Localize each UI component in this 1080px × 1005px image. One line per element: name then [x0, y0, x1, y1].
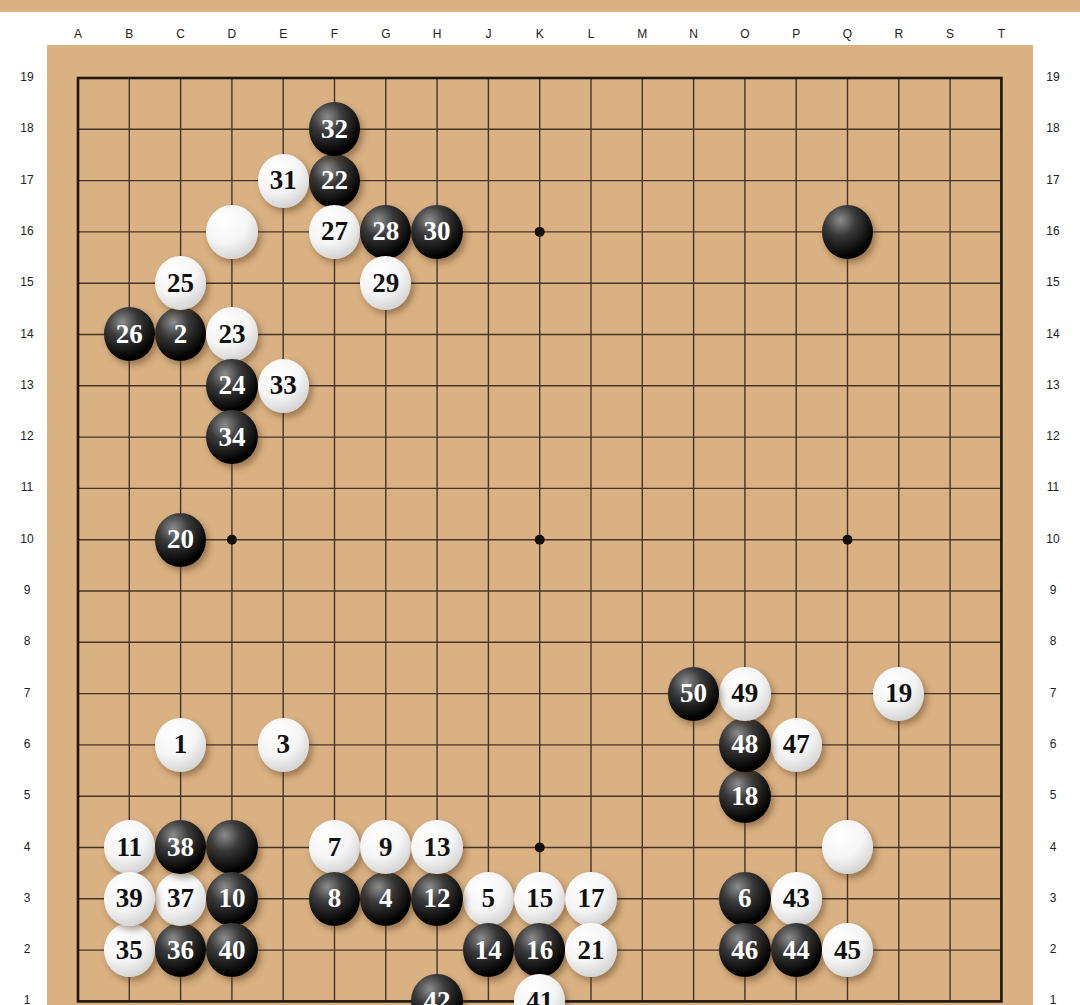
move-number: 10: [218, 885, 245, 912]
move-number: 40: [218, 937, 245, 964]
move-28-black-stone-G16: 28: [360, 205, 411, 259]
move-14-black-stone-J2: 14: [463, 923, 514, 977]
row-labels-left-5: 5: [14, 788, 40, 802]
stone-cell-N7: 50: [668, 668, 719, 719]
row-labels-left-16: 16: [14, 224, 40, 238]
move-12-black-stone-H3: 12: [411, 872, 462, 926]
stone-cell-C6: 1: [155, 719, 206, 770]
stone-cell-K1: 41: [514, 976, 565, 1005]
stone-cell-C2: 36: [155, 924, 206, 975]
row-labels-right-14: 14: [1040, 327, 1066, 341]
row-labels-left-8: 8: [14, 634, 40, 648]
stone-cell-H16: 30: [411, 206, 462, 257]
row-labels-left-13: 13: [14, 378, 40, 392]
move-6-black-stone-O3: 6: [719, 872, 770, 926]
move-number: 35: [116, 937, 143, 964]
move-20-black-stone-C10: 20: [155, 513, 206, 567]
row-labels-right-3: 3: [1040, 891, 1066, 905]
move-number: 27: [321, 218, 348, 245]
stone-cell-K2: 16: [514, 924, 565, 975]
move-number: 7: [328, 834, 342, 861]
move-number: 6: [738, 885, 752, 912]
move-number: 11: [117, 834, 143, 861]
stone-cell-D3: 10: [206, 873, 257, 924]
col-label-L: L: [580, 27, 602, 41]
row-labels-left-14: 14: [14, 327, 40, 341]
move-21-white-stone-L2: 21: [565, 923, 616, 977]
move-number: 29: [372, 270, 399, 297]
move-number: 33: [270, 372, 297, 399]
move-26-black-stone-B14: 26: [104, 307, 155, 361]
move-number: 18: [731, 783, 758, 810]
move-number: 22: [321, 167, 348, 194]
move-number: 28: [372, 218, 399, 245]
col-label-F: F: [324, 27, 346, 41]
move-number: 14: [475, 937, 502, 964]
stone-cell-F18: 32: [309, 104, 360, 155]
stone-cell-F16: 27: [309, 206, 360, 257]
move-5-white-stone-J3: 5: [463, 872, 514, 926]
row-labels-left-10: 10: [14, 532, 40, 546]
move-35-white-stone-B2: 35: [104, 923, 155, 977]
move-17-white-stone-L3: 17: [565, 872, 616, 926]
move-number: 49: [731, 680, 758, 707]
move-number: 4: [379, 885, 393, 912]
stone-cell-B14: 26: [104, 309, 155, 360]
top-margin-strip: [0, 0, 1080, 12]
move-16-black-stone-K2: 16: [514, 923, 565, 977]
col-label-S: S: [939, 27, 961, 41]
row-labels-right-2: 2: [1040, 942, 1066, 956]
stone-cell-H4: 13: [411, 822, 462, 873]
move-number: 15: [526, 885, 553, 912]
row-labels-right-9: 9: [1040, 583, 1066, 597]
stone-cell-D4: [206, 822, 257, 873]
move-47-white-stone-P6: 47: [771, 718, 822, 772]
stone-cell-O6: 48: [719, 719, 770, 770]
move-number: 46: [731, 937, 758, 964]
move-number: 8: [328, 885, 342, 912]
stone-cell-C14: 2: [155, 309, 206, 360]
row-labels-left-19: 19: [14, 70, 40, 84]
move-number: 39: [116, 885, 143, 912]
move-number: 36: [167, 937, 194, 964]
row-labels-right-11: 11: [1040, 480, 1066, 494]
move-4-black-stone-G3: 4: [360, 872, 411, 926]
col-label-Q: Q: [837, 27, 859, 41]
row-labels-right-7: 7: [1040, 686, 1066, 700]
col-label-A: A: [67, 27, 89, 41]
stone-cell-O3: 6: [719, 873, 770, 924]
row-labels-right-16: 16: [1040, 224, 1066, 238]
col-label-C: C: [170, 27, 192, 41]
stone-cell-O2: 46: [719, 924, 770, 975]
move-25-white-stone-C15: 25: [155, 256, 206, 310]
move-36-black-stone-C2: 36: [155, 923, 206, 977]
stones-layer: 1234567891011121314151617181920212223242…: [52, 52, 1027, 1005]
stone-cell-P2: 44: [771, 924, 822, 975]
move-41-white-stone-K1: 41: [514, 974, 565, 1005]
move-50-black-stone-N7: 50: [668, 667, 719, 721]
col-label-N: N: [683, 27, 705, 41]
row-labels-right-15: 15: [1040, 275, 1066, 289]
move-23-white-stone-D14: 23: [206, 307, 257, 361]
move-24-black-stone-D13: 24: [206, 359, 257, 413]
stone-cell-D14: 23: [206, 309, 257, 360]
move-number: 1: [174, 731, 188, 758]
move-43-white-stone-P3: 43: [771, 872, 822, 926]
move-30-black-stone-H16: 30: [411, 205, 462, 259]
move-number: 31: [270, 167, 297, 194]
row-labels-right-19: 19: [1040, 70, 1066, 84]
row-labels-left-4: 4: [14, 840, 40, 854]
move-number: 2: [174, 321, 188, 348]
move-39-white-stone-B3: 39: [104, 872, 155, 926]
setup-black-stone-D4: [206, 820, 257, 874]
stone-cell-D12: 34: [206, 411, 257, 462]
move-number: 12: [424, 885, 451, 912]
row-labels-right-17: 17: [1040, 173, 1066, 187]
move-33-white-stone-E13: 33: [258, 359, 309, 413]
row-labels-left-12: 12: [14, 429, 40, 443]
stone-cell-L2: 21: [565, 924, 616, 975]
move-number: 37: [167, 885, 194, 912]
row-labels-right-13: 13: [1040, 378, 1066, 392]
stone-cell-B2: 35: [104, 924, 155, 975]
stone-cell-C10: 20: [155, 514, 206, 565]
stone-cell-G3: 4: [360, 873, 411, 924]
stone-cell-P3: 43: [771, 873, 822, 924]
stone-cell-E13: 33: [258, 360, 309, 411]
move-27-white-stone-F16: 27: [309, 205, 360, 259]
setup-black-stone-Q16: [822, 205, 873, 259]
move-number: 13: [424, 834, 451, 861]
move-31-white-stone-E17: 31: [258, 154, 309, 208]
move-number: 16: [526, 937, 553, 964]
stone-cell-G15: 29: [360, 258, 411, 309]
stone-cell-H3: 12: [411, 873, 462, 924]
move-10-black-stone-D3: 10: [206, 872, 257, 926]
row-labels-left-11: 11: [14, 480, 40, 494]
move-45-white-stone-Q2: 45: [822, 923, 873, 977]
move-34-black-stone-D12: 34: [206, 410, 257, 464]
move-number: 20: [167, 526, 194, 553]
row-labels-right-1: 1: [1040, 993, 1066, 1005]
move-44-black-stone-P2: 44: [771, 923, 822, 977]
move-8-black-stone-F3: 8: [309, 872, 360, 926]
col-label-D: D: [221, 27, 243, 41]
row-labels-right-8: 8: [1040, 634, 1066, 648]
move-number: 43: [783, 885, 810, 912]
col-label-B: B: [118, 27, 140, 41]
stone-cell-L3: 17: [565, 873, 616, 924]
move-22-black-stone-F17: 22: [309, 154, 360, 208]
stone-cell-K3: 15: [514, 873, 565, 924]
stone-cell-B4: 11: [104, 822, 155, 873]
move-number: 47: [783, 731, 810, 758]
stone-cell-Q2: 45: [822, 924, 873, 975]
row-labels-left-17: 17: [14, 173, 40, 187]
stone-cell-F3: 8: [309, 873, 360, 924]
col-label-G: G: [375, 27, 397, 41]
move-2-black-stone-C14: 2: [155, 307, 206, 361]
move-1-white-stone-C6: 1: [155, 718, 206, 772]
move-3-white-stone-E6: 3: [258, 718, 309, 772]
row-labels-right-10: 10: [1040, 532, 1066, 546]
move-7-white-stone-F4: 7: [309, 820, 360, 874]
stone-cell-J2: 14: [463, 924, 514, 975]
move-48-black-stone-O6: 48: [719, 718, 770, 772]
move-number: 9: [379, 834, 393, 861]
move-number: 3: [276, 731, 290, 758]
move-number: 19: [885, 680, 912, 707]
stone-cell-Q16: [822, 206, 873, 257]
move-40-black-stone-D2: 40: [206, 923, 257, 977]
move-19-white-stone-R7: 19: [873, 667, 924, 721]
move-11-white-stone-B4: 11: [104, 820, 155, 874]
stone-cell-G4: 9: [360, 822, 411, 873]
stone-cell-C15: 25: [155, 258, 206, 309]
move-number: 32: [321, 116, 348, 143]
col-label-M: M: [631, 27, 653, 41]
row-labels-left-6: 6: [14, 737, 40, 751]
row-labels-right-12: 12: [1040, 429, 1066, 443]
move-number: 21: [577, 937, 604, 964]
stone-cell-D13: 24: [206, 360, 257, 411]
move-46-black-stone-O2: 46: [719, 923, 770, 977]
move-number: 24: [218, 372, 245, 399]
stone-cell-O5: 18: [719, 771, 770, 822]
stone-cell-D2: 40: [206, 924, 257, 975]
move-number: 44: [783, 937, 810, 964]
stone-cell-J3: 5: [463, 873, 514, 924]
move-13-white-stone-H4: 13: [411, 820, 462, 874]
row-labels-left-1: 1: [14, 993, 40, 1005]
row-labels-left-15: 15: [14, 275, 40, 289]
move-42-black-stone-H1: 42: [411, 974, 462, 1005]
move-number: 30: [424, 218, 451, 245]
setup-white-stone-Q4: [822, 820, 873, 874]
row-labels-right-6: 6: [1040, 737, 1066, 751]
stone-cell-G16: 28: [360, 206, 411, 257]
stone-cell-F4: 7: [309, 822, 360, 873]
stone-cell-C3: 37: [155, 873, 206, 924]
stone-cell-E17: 31: [258, 155, 309, 206]
move-number: 48: [731, 731, 758, 758]
go-move-diagram: ABCDEFGHJKLMNOPQRST 19181716151413121110…: [0, 0, 1080, 1005]
move-38-black-stone-C4: 38: [155, 820, 206, 874]
row-labels-left-7: 7: [14, 686, 40, 700]
move-29-white-stone-G15: 29: [360, 256, 411, 310]
move-number: 45: [834, 937, 861, 964]
row-labels-right-4: 4: [1040, 840, 1066, 854]
stone-cell-C4: 38: [155, 822, 206, 873]
setup-white-stone-D16: [206, 205, 257, 259]
stone-cell-P6: 47: [771, 719, 822, 770]
move-number: 42: [424, 988, 451, 1005]
move-32-black-stone-F18: 32: [309, 102, 360, 156]
stone-cell-Q4: [822, 822, 873, 873]
move-number: 5: [482, 885, 496, 912]
stone-cell-D16: [206, 206, 257, 257]
stone-cell-H1: 42: [411, 976, 462, 1005]
move-number: 17: [577, 885, 604, 912]
row-labels-left-2: 2: [14, 942, 40, 956]
row-labels-left-3: 3: [14, 891, 40, 905]
col-label-R: R: [888, 27, 910, 41]
row-labels-right-18: 18: [1040, 121, 1066, 135]
move-number: 50: [680, 680, 707, 707]
col-label-J: J: [477, 27, 499, 41]
stone-cell-B3: 39: [104, 873, 155, 924]
move-18-black-stone-O5: 18: [719, 769, 770, 823]
col-label-P: P: [785, 27, 807, 41]
stone-cell-F17: 22: [309, 155, 360, 206]
col-label-T: T: [990, 27, 1012, 41]
move-9-white-stone-G4: 9: [360, 820, 411, 874]
move-number: 23: [218, 321, 245, 348]
stone-cell-R7: 19: [873, 668, 924, 719]
col-label-O: O: [734, 27, 756, 41]
stone-cell-E6: 3: [258, 719, 309, 770]
col-label-K: K: [529, 27, 551, 41]
col-label-E: E: [272, 27, 294, 41]
col-label-H: H: [426, 27, 448, 41]
row-labels-left-9: 9: [14, 583, 40, 597]
row-labels-left-18: 18: [14, 121, 40, 135]
move-15-white-stone-K3: 15: [514, 872, 565, 926]
move-number: 34: [218, 424, 245, 451]
move-37-white-stone-C3: 37: [155, 872, 206, 926]
row-labels-right-5: 5: [1040, 788, 1066, 802]
move-number: 41: [526, 988, 553, 1005]
move-49-white-stone-O7: 49: [719, 667, 770, 721]
move-number: 38: [167, 834, 194, 861]
move-number: 25: [167, 270, 194, 297]
move-number: 26: [116, 321, 143, 348]
stone-cell-O7: 49: [719, 668, 770, 719]
